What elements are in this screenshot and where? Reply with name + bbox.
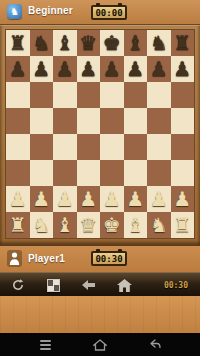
piece-white-pawn[interactable]: ♟ — [147, 186, 171, 212]
square-e7[interactable]: ♟ — [100, 56, 124, 82]
square-a7[interactable]: ♟ — [6, 56, 30, 82]
square-b8[interactable]: ♞ — [30, 30, 54, 56]
piece-white-pawn[interactable]: ♟ — [171, 186, 195, 212]
piece-white-rook[interactable]: ♜ — [171, 212, 195, 238]
square-g6[interactable] — [147, 82, 171, 108]
menu-icon[interactable] — [31, 333, 59, 356]
square-b5[interactable] — [30, 108, 54, 134]
player-name: Player1 — [28, 253, 65, 264]
square-d8[interactable]: ♛ — [77, 30, 101, 56]
square-a3[interactable] — [6, 160, 30, 186]
square-h6[interactable] — [171, 82, 195, 108]
android-navbar — [0, 333, 200, 356]
square-b6[interactable] — [30, 82, 54, 108]
square-c1[interactable]: ♝ — [53, 212, 77, 238]
piece-white-pawn[interactable]: ♟ — [77, 186, 101, 212]
piece-white-pawn[interactable]: ♟ — [100, 186, 124, 212]
square-e4[interactable] — [100, 134, 124, 160]
square-d7[interactable]: ♟ — [77, 56, 101, 82]
square-b1[interactable]: ♞ — [30, 212, 54, 238]
square-c7[interactable]: ♟ — [53, 56, 77, 82]
square-b7[interactable]: ♟ — [30, 56, 54, 82]
piece-black-pawn[interactable]: ♟ — [6, 56, 30, 82]
toolbar-timer: 00:30 — [164, 281, 188, 290]
square-e6[interactable] — [100, 82, 124, 108]
square-d1[interactable]: ♛ — [77, 212, 101, 238]
square-h3[interactable] — [171, 160, 195, 186]
footer-wood-strip — [0, 296, 200, 333]
square-a8[interactable]: ♜ — [6, 30, 30, 56]
piece-white-pawn[interactable]: ♟ — [30, 186, 54, 212]
square-g4[interactable] — [147, 134, 171, 160]
piece-black-pawn[interactable]: ♟ — [100, 56, 124, 82]
square-h7[interactable]: ♟ — [171, 56, 195, 82]
piece-white-bishop[interactable]: ♝ — [53, 212, 77, 238]
person-icon — [7, 250, 22, 267]
square-c4[interactable] — [53, 134, 77, 160]
toolbar: 00:30 — [0, 272, 200, 297]
square-f4[interactable] — [124, 134, 148, 160]
square-f2[interactable]: ♟ — [124, 186, 148, 212]
square-d2[interactable]: ♟ — [77, 186, 101, 212]
square-c6[interactable] — [53, 82, 77, 108]
chess-board[interactable]: ♜♞♝♛♚♝♞♜♟♟♟♟♟♟♟♟♟♟♟♟♟♟♟♟♜♞♝♛♚♝♞♜ — [6, 30, 194, 238]
square-a5[interactable] — [6, 108, 30, 134]
opponent-clock: 00:00 — [91, 5, 127, 20]
square-h8[interactable]: ♜ — [171, 30, 195, 56]
square-f1[interactable]: ♝ — [124, 212, 148, 238]
square-h4[interactable] — [171, 134, 195, 160]
square-d6[interactable] — [77, 82, 101, 108]
chess-app-screen: ♞ Beginner 00:00 ♜♞♝♛♚♝♞♜♟♟♟♟♟♟♟♟♟♟♟♟♟♟♟… — [0, 0, 200, 356]
square-e3[interactable] — [100, 160, 124, 186]
square-e5[interactable] — [100, 108, 124, 134]
square-e2[interactable]: ♟ — [100, 186, 124, 212]
piece-black-pawn[interactable]: ♟ — [30, 56, 54, 82]
square-h5[interactable] — [171, 108, 195, 134]
piece-white-pawn[interactable]: ♟ — [124, 186, 148, 212]
square-h1[interactable]: ♜ — [171, 212, 195, 238]
square-f5[interactable] — [124, 108, 148, 134]
piece-white-pawn[interactable]: ♟ — [53, 186, 77, 212]
square-g1[interactable]: ♞ — [147, 212, 171, 238]
square-b4[interactable] — [30, 134, 54, 160]
back-arrow-icon[interactable] — [140, 333, 168, 356]
piece-black-bishop[interactable]: ♝ — [124, 30, 148, 56]
square-a1[interactable]: ♜ — [6, 212, 30, 238]
board-view-icon[interactable] — [41, 273, 65, 297]
piece-white-pawn[interactable]: ♟ — [6, 186, 30, 212]
square-g2[interactable]: ♟ — [147, 186, 171, 212]
robot-knight-icon: ♞ — [7, 4, 22, 19]
square-g3[interactable] — [147, 160, 171, 186]
square-e1[interactable]: ♚ — [100, 212, 124, 238]
piece-white-knight[interactable]: ♞ — [147, 212, 171, 238]
square-b2[interactable]: ♟ — [30, 186, 54, 212]
home-outline-icon[interactable] — [86, 333, 114, 356]
square-f8[interactable]: ♝ — [124, 30, 148, 56]
square-c2[interactable]: ♟ — [53, 186, 77, 212]
square-g5[interactable] — [147, 108, 171, 134]
square-b3[interactable] — [30, 160, 54, 186]
piece-black-king[interactable]: ♚ — [100, 30, 124, 56]
piece-black-pawn[interactable]: ♟ — [171, 56, 195, 82]
refresh-icon[interactable] — [6, 273, 30, 297]
square-a6[interactable] — [6, 82, 30, 108]
square-c5[interactable] — [53, 108, 77, 134]
opponent-name: Beginner — [28, 5, 73, 16]
piece-white-bishop[interactable]: ♝ — [124, 212, 148, 238]
square-e8[interactable]: ♚ — [100, 30, 124, 56]
board-frame: ♜♞♝♛♚♝♞♜♟♟♟♟♟♟♟♟♟♟♟♟♟♟♟♟♜♞♝♛♚♝♞♜ — [0, 24, 200, 246]
home-icon[interactable] — [112, 273, 136, 297]
square-d5[interactable] — [77, 108, 101, 134]
square-a4[interactable] — [6, 134, 30, 160]
piece-white-rook[interactable]: ♜ — [6, 212, 30, 238]
square-g8[interactable]: ♞ — [147, 30, 171, 56]
square-f6[interactable] — [124, 82, 148, 108]
piece-black-pawn[interactable]: ♟ — [124, 56, 148, 82]
square-d4[interactable] — [77, 134, 101, 160]
square-d3[interactable] — [77, 160, 101, 186]
piece-black-pawn[interactable]: ♟ — [53, 56, 77, 82]
piece-white-queen[interactable]: ♛ — [77, 212, 101, 238]
player-clock: 00:30 — [91, 251, 127, 266]
piece-white-knight[interactable]: ♞ — [30, 212, 54, 238]
square-a2[interactable]: ♟ — [6, 186, 30, 212]
undo-arrow-icon[interactable] — [76, 273, 100, 297]
square-h2[interactable]: ♟ — [171, 186, 195, 212]
piece-black-rook[interactable]: ♜ — [6, 30, 30, 56]
piece-black-queen[interactable]: ♛ — [77, 30, 101, 56]
square-g7[interactable]: ♟ — [147, 56, 171, 82]
square-c8[interactable]: ♝ — [53, 30, 77, 56]
piece-black-rook[interactable]: ♜ — [171, 30, 195, 56]
piece-black-knight[interactable]: ♞ — [30, 30, 54, 56]
square-c3[interactable] — [53, 160, 77, 186]
square-f7[interactable]: ♟ — [124, 56, 148, 82]
square-f3[interactable] — [124, 160, 148, 186]
piece-black-pawn[interactable]: ♟ — [77, 56, 101, 82]
piece-black-bishop[interactable]: ♝ — [53, 30, 77, 56]
piece-black-pawn[interactable]: ♟ — [147, 56, 171, 82]
piece-black-knight[interactable]: ♞ — [147, 30, 171, 56]
piece-white-king[interactable]: ♚ — [100, 212, 124, 238]
